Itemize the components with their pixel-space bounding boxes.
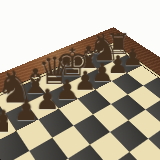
- piece-black-pawn[interactable]: ♟: [0, 108, 26, 136]
- chess-board: ♜♞♝♛♚♝♞♜♟♟♟♟♟♟♟♟♟♟♟♟♟♟♟♟♜♞♝♛♚♝♞♜: [0, 27, 160, 160]
- square-e4[interactable]: [110, 120, 148, 152]
- piece-white-pawn[interactable]: ♟: [159, 157, 160, 160]
- square-e5[interactable]: [93, 104, 128, 132]
- chessboard-photo: ♜♞♝♛♚♝♞♜♟♟♟♟♟♟♟♟♟♟♟♟♟♟♟♟♜♞♝♛♚♝♞♜: [0, 0, 160, 160]
- pawn-glyph: ♟: [0, 108, 17, 136]
- square-g4[interactable]: [145, 100, 160, 127]
- board-squares-grid: ♜♞♝♛♚♝♞♜♟♟♟♟♟♟♟♟♟♟♟♟♟♟♟♟♜♞♝♛♚♝♞♜: [0, 45, 160, 160]
